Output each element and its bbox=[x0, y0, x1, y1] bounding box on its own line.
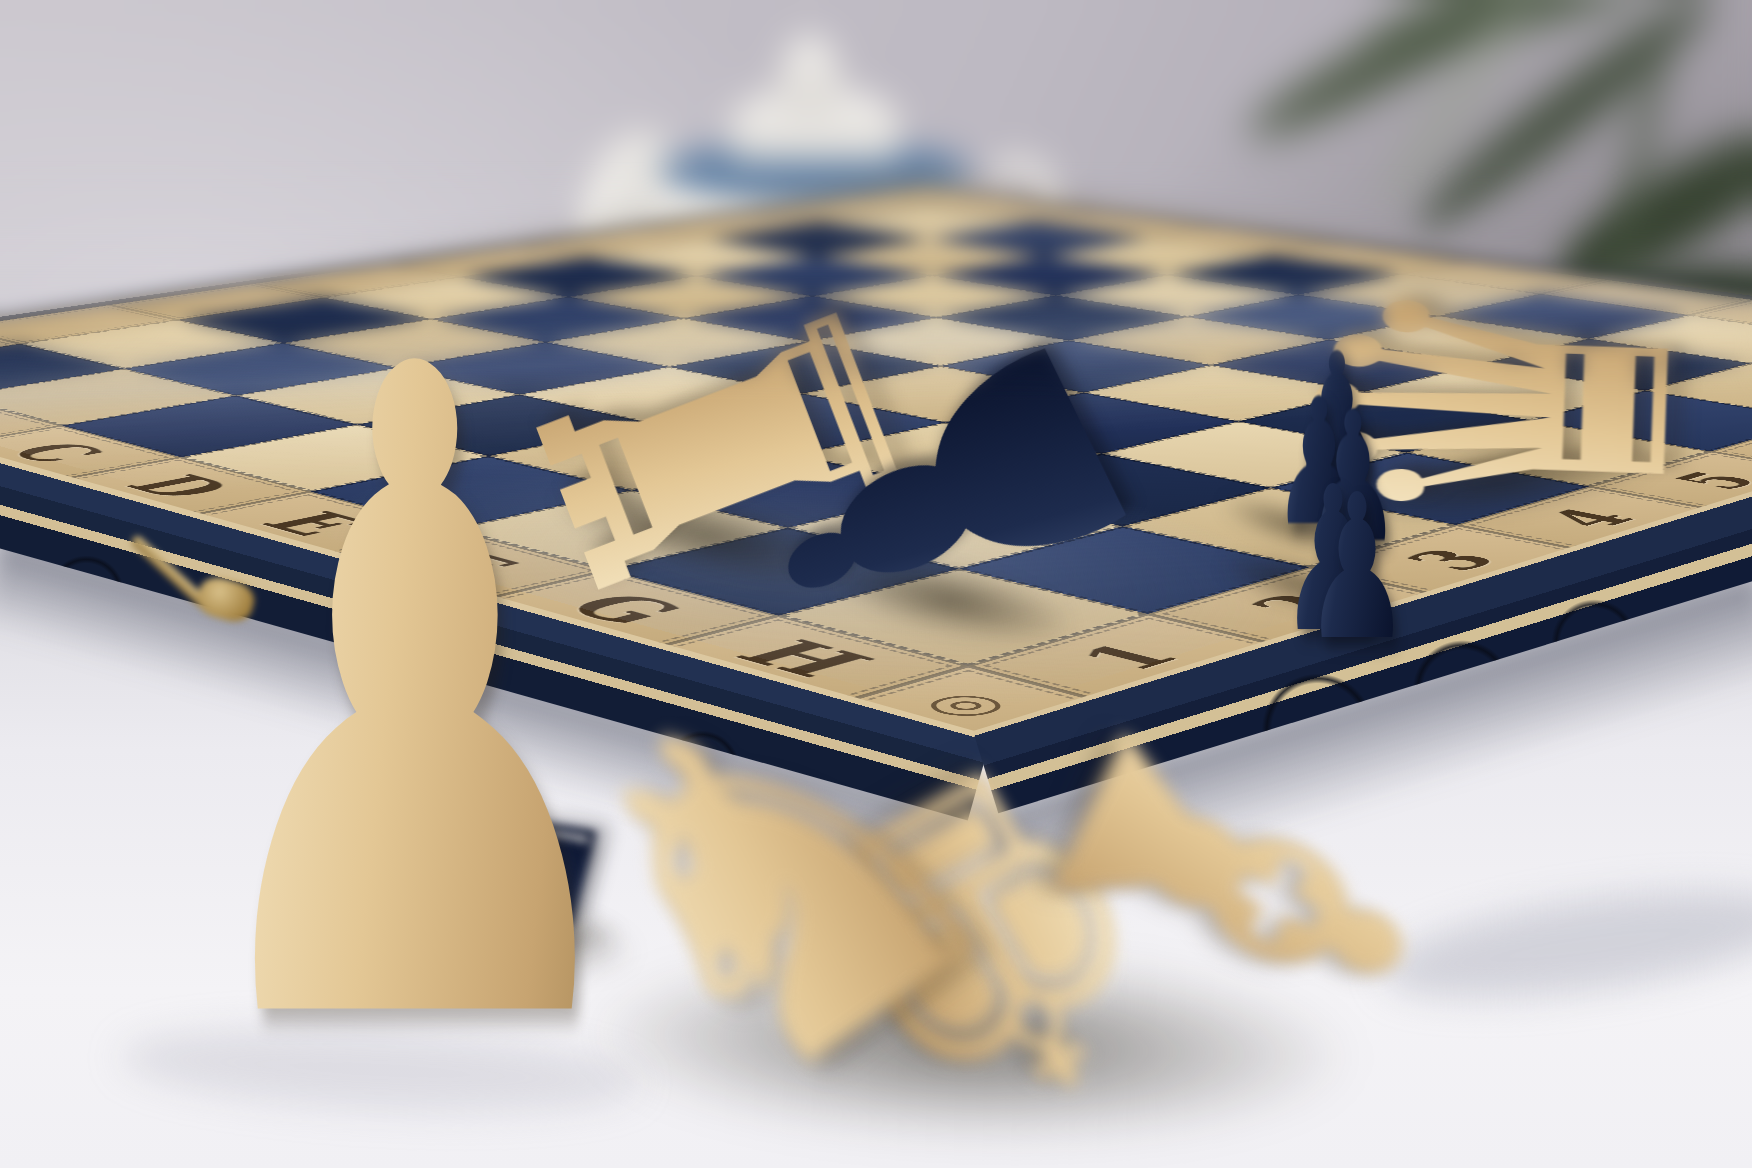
navy-pawn: ♟ bbox=[1303, 468, 1411, 668]
corner-ornament-icon: ◎ bbox=[892, 191, 957, 201]
scene-photo: ◎◎87654321◎ABCDEFGH◎ ♜♟♛♟♟♟♟♟♚♞♝♞♟ bbox=[0, 0, 1752, 1168]
file-label-B: B bbox=[0, 408, 13, 436]
teapot-finial bbox=[778, 35, 842, 115]
white-pawn: ♟ bbox=[176, 255, 655, 1145]
